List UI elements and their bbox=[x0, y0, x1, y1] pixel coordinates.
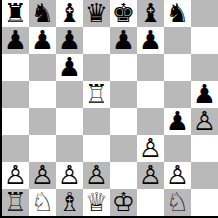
square-f6[interactable] bbox=[137, 54, 164, 81]
piece-white-queen: ♕ bbox=[85, 189, 108, 216]
square-d5[interactable]: ♖ bbox=[83, 81, 110, 108]
piece-white-pawn: ♙ bbox=[85, 162, 108, 189]
chessboard: ♜♞♝♛♚♝♞♟♟♟♟♟♟♖♟♟♙♙♙♙♙♙♙♙♖♘♗♕♔♘ bbox=[2, 0, 218, 216]
square-a6[interactable] bbox=[2, 54, 29, 81]
square-h6[interactable] bbox=[191, 54, 218, 81]
square-d4[interactable] bbox=[83, 108, 110, 135]
square-b6[interactable] bbox=[29, 54, 56, 81]
square-e2[interactable] bbox=[110, 162, 137, 189]
piece-white-knight: ♘ bbox=[31, 189, 54, 216]
piece-white-pawn: ♙ bbox=[31, 162, 54, 189]
square-a3[interactable] bbox=[2, 135, 29, 162]
piece-black-pawn: ♟ bbox=[193, 81, 216, 108]
piece-black-knight: ♞ bbox=[166, 0, 189, 27]
piece-white-pawn: ♙ bbox=[166, 162, 189, 189]
square-h7[interactable] bbox=[191, 27, 218, 54]
square-c5[interactable] bbox=[56, 81, 83, 108]
square-c2[interactable]: ♙ bbox=[56, 162, 83, 189]
piece-white-pawn: ♙ bbox=[139, 135, 162, 162]
piece-black-queen: ♛ bbox=[85, 0, 108, 27]
square-a4[interactable] bbox=[2, 108, 29, 135]
square-c1[interactable]: ♗ bbox=[56, 189, 83, 216]
square-e6[interactable] bbox=[110, 54, 137, 81]
square-h5[interactable]: ♟ bbox=[191, 81, 218, 108]
square-g7[interactable] bbox=[164, 27, 191, 54]
piece-black-bishop: ♝ bbox=[58, 0, 81, 27]
chessboard-frame: ♜♞♝♛♚♝♞♟♟♟♟♟♟♖♟♟♙♙♙♙♙♙♙♙♖♘♗♕♔♘ bbox=[0, 0, 218, 218]
square-c6[interactable]: ♟ bbox=[56, 54, 83, 81]
square-e3[interactable] bbox=[110, 135, 137, 162]
square-f1[interactable] bbox=[137, 189, 164, 216]
square-g5[interactable] bbox=[164, 81, 191, 108]
piece-black-king: ♚ bbox=[112, 0, 135, 27]
square-c3[interactable] bbox=[56, 135, 83, 162]
square-g3[interactable] bbox=[164, 135, 191, 162]
square-e8[interactable]: ♚ bbox=[110, 0, 137, 27]
square-d1[interactable]: ♕ bbox=[83, 189, 110, 216]
square-g2[interactable]: ♙ bbox=[164, 162, 191, 189]
piece-black-pawn: ♟ bbox=[166, 108, 189, 135]
square-h4[interactable]: ♙ bbox=[191, 108, 218, 135]
square-d2[interactable]: ♙ bbox=[83, 162, 110, 189]
square-d8[interactable]: ♛ bbox=[83, 0, 110, 27]
square-f4[interactable] bbox=[137, 108, 164, 135]
piece-black-pawn: ♟ bbox=[4, 27, 27, 54]
piece-white-bishop: ♗ bbox=[58, 189, 81, 216]
square-a8[interactable]: ♜ bbox=[2, 0, 29, 27]
piece-white-rook: ♖ bbox=[4, 189, 27, 216]
square-b5[interactable] bbox=[29, 81, 56, 108]
square-a5[interactable] bbox=[2, 81, 29, 108]
piece-white-king: ♔ bbox=[112, 189, 135, 216]
square-e1[interactable]: ♔ bbox=[110, 189, 137, 216]
square-f3[interactable]: ♙ bbox=[137, 135, 164, 162]
square-d7[interactable] bbox=[83, 27, 110, 54]
piece-black-pawn: ♟ bbox=[58, 27, 81, 54]
square-g4[interactable]: ♟ bbox=[164, 108, 191, 135]
square-a1[interactable]: ♖ bbox=[2, 189, 29, 216]
square-f5[interactable] bbox=[137, 81, 164, 108]
square-h1[interactable] bbox=[191, 189, 218, 216]
square-e7[interactable]: ♟ bbox=[110, 27, 137, 54]
square-g1[interactable]: ♘ bbox=[164, 189, 191, 216]
piece-black-rook: ♜ bbox=[4, 0, 27, 27]
piece-white-pawn: ♙ bbox=[58, 162, 81, 189]
square-h8[interactable] bbox=[191, 0, 218, 27]
square-a2[interactable]: ♙ bbox=[2, 162, 29, 189]
square-e4[interactable] bbox=[110, 108, 137, 135]
square-c4[interactable] bbox=[56, 108, 83, 135]
square-e5[interactable] bbox=[110, 81, 137, 108]
square-b7[interactable]: ♟ bbox=[29, 27, 56, 54]
piece-white-pawn: ♙ bbox=[139, 162, 162, 189]
square-f2[interactable]: ♙ bbox=[137, 162, 164, 189]
piece-black-pawn: ♟ bbox=[139, 27, 162, 54]
square-a7[interactable]: ♟ bbox=[2, 27, 29, 54]
square-f7[interactable]: ♟ bbox=[137, 27, 164, 54]
piece-black-pawn: ♟ bbox=[58, 54, 81, 81]
square-h3[interactable] bbox=[191, 135, 218, 162]
piece-black-pawn: ♟ bbox=[112, 27, 135, 54]
square-d3[interactable] bbox=[83, 135, 110, 162]
square-c8[interactable]: ♝ bbox=[56, 0, 83, 27]
piece-white-pawn: ♙ bbox=[4, 162, 27, 189]
square-b3[interactable] bbox=[29, 135, 56, 162]
piece-black-pawn: ♟ bbox=[31, 27, 54, 54]
square-b4[interactable] bbox=[29, 108, 56, 135]
square-d6[interactable] bbox=[83, 54, 110, 81]
square-b2[interactable]: ♙ bbox=[29, 162, 56, 189]
piece-black-knight: ♞ bbox=[31, 0, 54, 27]
square-b1[interactable]: ♘ bbox=[29, 189, 56, 216]
square-c7[interactable]: ♟ bbox=[56, 27, 83, 54]
square-b8[interactable]: ♞ bbox=[29, 0, 56, 27]
square-g8[interactable]: ♞ bbox=[164, 0, 191, 27]
piece-white-knight: ♘ bbox=[166, 189, 189, 216]
square-h2[interactable] bbox=[191, 162, 218, 189]
piece-white-rook: ♖ bbox=[85, 81, 108, 108]
square-g6[interactable] bbox=[164, 54, 191, 81]
square-f8[interactable]: ♝ bbox=[137, 0, 164, 27]
piece-black-bishop: ♝ bbox=[139, 0, 162, 27]
piece-white-pawn: ♙ bbox=[193, 108, 216, 135]
